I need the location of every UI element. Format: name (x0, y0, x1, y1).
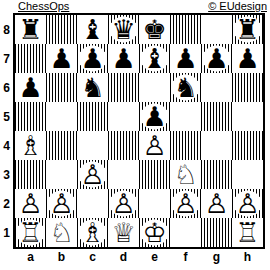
square-c4[interactable] (77, 131, 108, 160)
square-e6[interactable] (139, 73, 170, 102)
square-b4[interactable] (46, 131, 77, 160)
square-c1[interactable]: ♗ (77, 218, 108, 247)
square-f8[interactable] (170, 15, 201, 44)
square-e7[interactable]: ♝ (139, 44, 170, 73)
white-bishop-icon: ♗ (80, 218, 104, 247)
square-d8[interactable]: ♛ (108, 15, 139, 44)
black-pawn-icon: ♟ (142, 102, 166, 131)
square-g6[interactable] (201, 73, 232, 102)
black-knight-icon: ♞ (173, 73, 197, 102)
file-label-f: f (170, 250, 201, 266)
white-pawn-icon: ♙ (111, 189, 135, 218)
square-e4[interactable]: ♙ (139, 131, 170, 160)
square-h8[interactable]: ♜ (232, 15, 263, 44)
square-c8[interactable]: ♝ (77, 15, 108, 44)
white-king-icon: ♔ (142, 218, 166, 247)
rank-labels: 87654321 (0, 15, 13, 247)
black-queen-icon: ♛ (111, 15, 135, 44)
square-d7[interactable]: ♟ (108, 44, 139, 73)
white-pawn-icon: ♙ (18, 189, 42, 218)
square-f7[interactable]: ♟ (170, 44, 201, 73)
square-g5[interactable] (201, 102, 232, 131)
square-f1[interactable] (170, 218, 201, 247)
white-pawn-icon: ♙ (142, 131, 166, 160)
rank-label-1: 1 (0, 218, 13, 247)
rank-label-8: 8 (0, 15, 13, 44)
square-d5[interactable] (108, 102, 139, 131)
chess-board: ♜♝♛♚♜♟♟♟♝♟♟♟♟♞♞♟♗♙♙♘♙♙♙♙♙♙♖♘♗♕♔♖ (13, 13, 265, 249)
square-d4[interactable] (108, 131, 139, 160)
square-c5[interactable] (77, 102, 108, 131)
black-pawn-icon: ♟ (80, 44, 104, 73)
square-a4[interactable]: ♗ (15, 131, 46, 160)
file-label-a: a (15, 250, 46, 266)
square-e5[interactable]: ♟ (139, 102, 170, 131)
black-rook-icon: ♜ (18, 15, 42, 44)
square-c2[interactable] (77, 189, 108, 218)
black-bishop-icon: ♝ (142, 44, 166, 73)
square-c7[interactable]: ♟ (77, 44, 108, 73)
square-a2[interactable]: ♙ (15, 189, 46, 218)
square-a3[interactable] (15, 160, 46, 189)
square-c6[interactable]: ♞ (77, 73, 108, 102)
square-b2[interactable]: ♙ (46, 189, 77, 218)
square-a7[interactable] (15, 44, 46, 73)
rank-label-5: 5 (0, 102, 13, 131)
rank-label-3: 3 (0, 160, 13, 189)
black-pawn-icon: ♟ (49, 44, 73, 73)
white-rook-icon: ♖ (235, 218, 259, 247)
black-pawn-icon: ♟ (111, 44, 135, 73)
black-pawn-icon: ♟ (235, 44, 259, 73)
rank-label-2: 2 (0, 189, 13, 218)
square-b8[interactable] (46, 15, 77, 44)
square-a6[interactable]: ♟ (15, 73, 46, 102)
file-label-d: d (108, 250, 139, 266)
square-g2[interactable]: ♙ (201, 189, 232, 218)
white-rook-icon: ♖ (18, 218, 42, 247)
square-b5[interactable] (46, 102, 77, 131)
black-pawn-icon: ♟ (204, 44, 228, 73)
black-rook-icon: ♜ (235, 15, 259, 44)
chessops-diagram: ChessOps © EUdesign ♜♝♛♚♜♟♟♟♝♟♟♟♟♞♞♟♗♙♙♘… (0, 0, 270, 270)
square-d6[interactable] (108, 73, 139, 102)
black-pawn-icon: ♟ (173, 44, 197, 73)
white-knight-icon: ♘ (173, 160, 197, 189)
square-h4[interactable] (232, 131, 263, 160)
file-label-g: g (201, 250, 232, 266)
white-bishop-icon: ♗ (18, 131, 42, 160)
square-h5[interactable] (232, 102, 263, 131)
white-pawn-icon: ♙ (235, 189, 259, 218)
square-a1[interactable]: ♖ (15, 218, 46, 247)
square-e8[interactable]: ♚ (139, 15, 170, 44)
square-g7[interactable]: ♟ (201, 44, 232, 73)
square-h7[interactable]: ♟ (232, 44, 263, 73)
file-label-h: h (232, 250, 263, 266)
square-g1[interactable] (201, 218, 232, 247)
square-h6[interactable] (232, 73, 263, 102)
square-e2[interactable] (139, 189, 170, 218)
square-e1[interactable]: ♔ (139, 218, 170, 247)
square-d1[interactable]: ♕ (108, 218, 139, 247)
square-b6[interactable] (46, 73, 77, 102)
black-bishop-icon: ♝ (80, 15, 104, 44)
black-pawn-icon: ♟ (18, 73, 42, 102)
square-f3[interactable]: ♘ (170, 160, 201, 189)
file-labels: abcdefgh (15, 250, 263, 266)
square-e3[interactable] (139, 160, 170, 189)
rank-label-6: 6 (0, 73, 13, 102)
file-label-e: e (139, 250, 170, 266)
square-h3[interactable] (232, 160, 263, 189)
square-f6[interactable]: ♞ (170, 73, 201, 102)
black-knight-icon: ♞ (80, 73, 104, 102)
square-g4[interactable] (201, 131, 232, 160)
white-pawn-icon: ♙ (80, 160, 104, 189)
white-pawn-icon: ♙ (173, 189, 197, 218)
square-b1[interactable]: ♘ (46, 218, 77, 247)
white-pawn-icon: ♙ (204, 189, 228, 218)
rank-label-7: 7 (0, 44, 13, 73)
square-g3[interactable] (201, 160, 232, 189)
credit-link[interactable]: © EUdesign (208, 0, 267, 13)
square-g8[interactable] (201, 15, 232, 44)
black-king-icon: ♚ (142, 15, 166, 44)
square-b3[interactable] (46, 160, 77, 189)
rank-label-4: 4 (0, 131, 13, 160)
file-label-b: b (46, 250, 77, 266)
square-a8[interactable]: ♜ (15, 15, 46, 44)
square-h2[interactable]: ♙ (232, 189, 263, 218)
square-h1[interactable]: ♖ (232, 218, 263, 247)
square-b7[interactable]: ♟ (46, 44, 77, 73)
square-d2[interactable]: ♙ (108, 189, 139, 218)
square-f2[interactable]: ♙ (170, 189, 201, 218)
square-c3[interactable]: ♙ (77, 160, 108, 189)
white-pawn-icon: ♙ (49, 189, 73, 218)
white-queen-icon: ♕ (111, 218, 135, 247)
file-label-c: c (77, 250, 108, 266)
square-a5[interactable] (15, 102, 46, 131)
square-f4[interactable] (170, 131, 201, 160)
square-f5[interactable] (170, 102, 201, 131)
square-d3[interactable] (108, 160, 139, 189)
app-title-link[interactable]: ChessOps (18, 0, 69, 13)
white-knight-icon: ♘ (49, 218, 73, 247)
